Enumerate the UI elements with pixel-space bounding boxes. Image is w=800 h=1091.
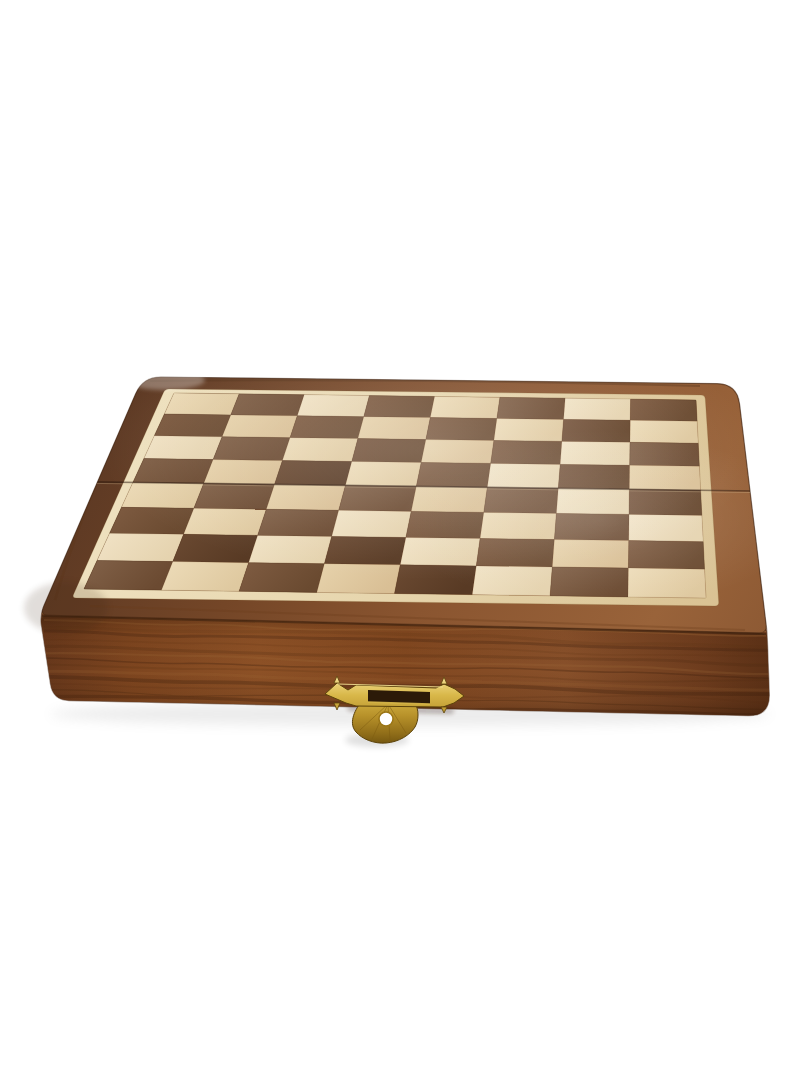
square-a1 [84, 561, 173, 591]
sheen-highlight [400, 430, 800, 610]
clasp-hole [379, 712, 393, 726]
square-b1 [162, 562, 249, 592]
corner-shade [24, 582, 108, 634]
product-photo [0, 0, 800, 1091]
corner-blowout [125, 370, 205, 390]
folding-chessboard-box [0, 0, 800, 1091]
square-a2 [97, 533, 184, 561]
